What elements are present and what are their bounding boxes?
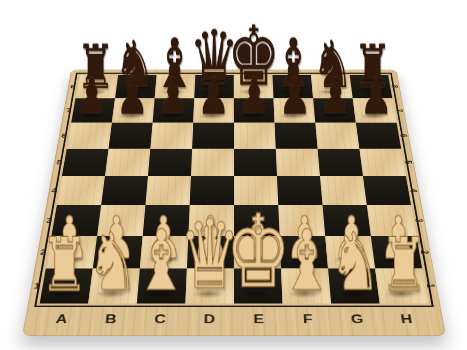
chess-photo-scene: ♜♞♝♛♚♝♞♜♟♟♟♟♟♟♟♟♟♟♟♟♟♟♟♟♜♞♝♛♚♝♞♜ 8765432…: [0, 0, 467, 350]
rank-label-right-1: 1: [406, 282, 455, 290]
rank-label-right-8: 8: [375, 84, 415, 90]
chess-board: ♜♞♝♛♚♝♞♜♟♟♟♟♟♟♟♟♟♟♟♟♟♟♟♟♜♞♝♛♚♝♞♜ 8765432…: [22, 70, 446, 336]
rank-label-right-6: 6: [382, 133, 424, 139]
rank-label-right-3: 3: [396, 217, 442, 224]
rank-label-right-2: 2: [401, 248, 449, 256]
rank-label-right-7: 7: [378, 107, 419, 113]
rank-label-right-4: 4: [391, 187, 436, 194]
rank-label-right-5: 5: [386, 159, 430, 166]
